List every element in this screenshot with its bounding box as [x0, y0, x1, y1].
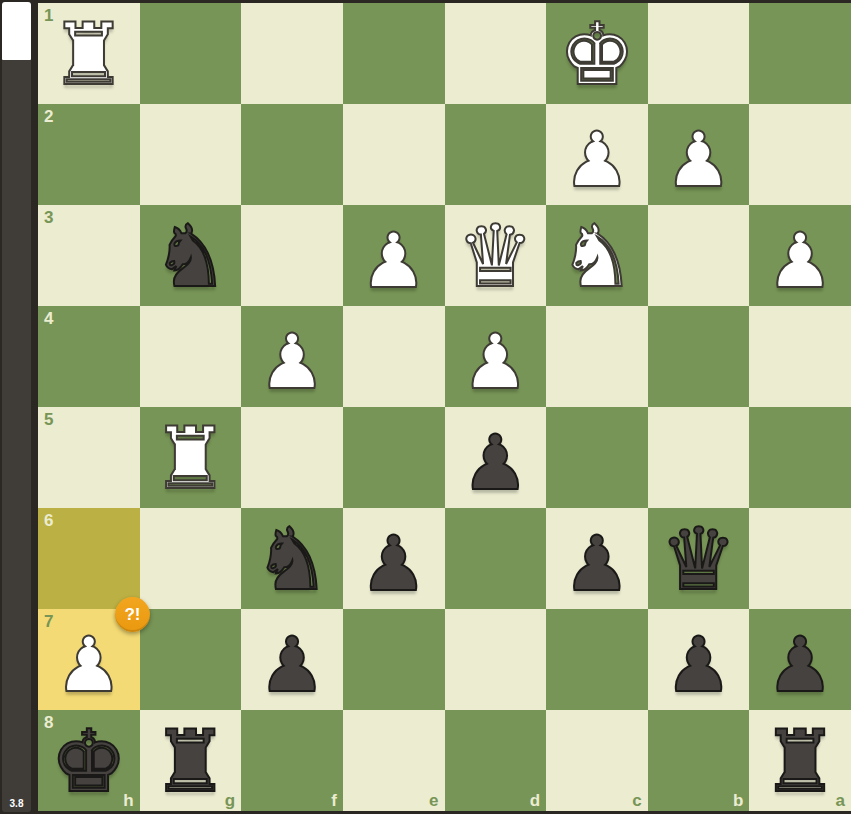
file-label-a: a: [836, 792, 845, 809]
file-label-c: c: [632, 792, 641, 809]
rank-label-4: 4: [44, 310, 53, 327]
square-f5[interactable]: [241, 407, 343, 508]
square-f8[interactable]: f: [241, 710, 343, 811]
file-label-f: f: [331, 792, 337, 809]
evaluation-bar-white-segment: [2, 2, 31, 60]
square-c3[interactable]: ♞: [546, 205, 648, 306]
square-e5[interactable]: [343, 407, 445, 508]
square-b3[interactable]: [648, 205, 750, 306]
piece-wR-g5[interactable]: ♜: [152, 415, 229, 501]
piece-bP-f7[interactable]: ♟: [258, 627, 326, 703]
square-e2[interactable]: [343, 104, 445, 205]
square-b6[interactable]: ♛: [648, 508, 750, 609]
square-e8[interactable]: e: [343, 710, 445, 811]
piece-wP-h7[interactable]: ♟: [55, 627, 123, 703]
square-a5[interactable]: [749, 407, 851, 508]
rank-label-5: 5: [44, 411, 53, 428]
square-d3[interactable]: ♛: [445, 205, 547, 306]
square-f7[interactable]: ♟: [241, 609, 343, 710]
square-h3[interactable]: 3: [38, 205, 140, 306]
square-h2[interactable]: 2: [38, 104, 140, 205]
square-c6[interactable]: ♟: [546, 508, 648, 609]
square-a2[interactable]: [749, 104, 851, 205]
piece-wP-a3[interactable]: ♟: [766, 223, 834, 299]
square-h1[interactable]: 1♜: [38, 3, 140, 104]
evaluation-score: 3.8: [2, 798, 31, 809]
piece-wP-c2[interactable]: ♟: [563, 122, 631, 198]
rank-label-6: 6: [44, 512, 53, 529]
square-e7[interactable]: [343, 609, 445, 710]
square-g1[interactable]: [140, 3, 242, 104]
square-a7[interactable]: ♟: [749, 609, 851, 710]
square-h4[interactable]: 4: [38, 306, 140, 407]
piece-wP-f4[interactable]: ♟: [258, 324, 326, 400]
square-c4[interactable]: [546, 306, 648, 407]
square-d1[interactable]: [445, 3, 547, 104]
piece-wN-c3[interactable]: ♞: [558, 213, 635, 299]
square-e3[interactable]: ♟: [343, 205, 445, 306]
square-f3[interactable]: [241, 205, 343, 306]
piece-wR-h1[interactable]: ♜: [50, 11, 127, 97]
square-c2[interactable]: ♟: [546, 104, 648, 205]
square-g5[interactable]: ♜: [140, 407, 242, 508]
square-f2[interactable]: [241, 104, 343, 205]
square-d5[interactable]: ♟: [445, 407, 547, 508]
square-a4[interactable]: [749, 306, 851, 407]
square-d7[interactable]: [445, 609, 547, 710]
piece-bN-g3[interactable]: ♞: [152, 213, 229, 299]
rank-label-1: 1: [44, 7, 53, 24]
square-c5[interactable]: [546, 407, 648, 508]
square-g8[interactable]: g♜: [140, 710, 242, 811]
piece-wP-b2[interactable]: ♟: [664, 122, 732, 198]
square-d8[interactable]: d: [445, 710, 547, 811]
square-a6[interactable]: [749, 508, 851, 609]
piece-bR-a8[interactable]: ♜: [762, 718, 839, 804]
piece-bR-g8[interactable]: ♜: [152, 718, 229, 804]
piece-bP-e6[interactable]: ♟: [360, 526, 428, 602]
piece-bN-f6[interactable]: ♞: [254, 516, 331, 602]
inaccuracy-badge-icon: ?!: [115, 597, 150, 632]
rank-label-2: 2: [44, 108, 53, 125]
piece-wP-d4[interactable]: ♟: [461, 324, 529, 400]
piece-bP-a7[interactable]: ♟: [766, 627, 834, 703]
square-b7[interactable]: ♟: [648, 609, 750, 710]
square-d2[interactable]: [445, 104, 547, 205]
square-f1[interactable]: [241, 3, 343, 104]
square-c1[interactable]: ♚: [546, 3, 648, 104]
square-c7[interactable]: [546, 609, 648, 710]
file-label-g: g: [225, 792, 235, 809]
square-c8[interactable]: c: [546, 710, 648, 811]
square-g6[interactable]: [140, 508, 242, 609]
square-b8[interactable]: b: [648, 710, 750, 811]
piece-bP-d5[interactable]: ♟: [461, 425, 529, 501]
rank-label-7: 7: [44, 613, 53, 630]
square-g2[interactable]: [140, 104, 242, 205]
square-d6[interactable]: [445, 508, 547, 609]
square-a3[interactable]: ♟: [749, 205, 851, 306]
square-b4[interactable]: [648, 306, 750, 407]
chess-board[interactable]: 1♜♚2♟♟3♞♟♛♞♟4♟♟5♜♟6♞♟♟♛7♟♟♟♟8h♚g♜fedcba♜: [38, 3, 851, 811]
square-a1[interactable]: [749, 3, 851, 104]
square-f6[interactable]: ♞: [241, 508, 343, 609]
piece-wQ-d3[interactable]: ♛: [457, 213, 534, 299]
piece-bP-b7[interactable]: ♟: [664, 627, 732, 703]
evaluation-bar: 3.8: [2, 2, 31, 812]
square-g3[interactable]: ♞: [140, 205, 242, 306]
square-b1[interactable]: [648, 3, 750, 104]
square-e4[interactable]: [343, 306, 445, 407]
square-b2[interactable]: ♟: [648, 104, 750, 205]
square-h6[interactable]: 6: [38, 508, 140, 609]
file-label-b: b: [733, 792, 743, 809]
piece-bQ-b6[interactable]: ♛: [660, 516, 737, 602]
square-g4[interactable]: [140, 306, 242, 407]
square-d4[interactable]: ♟: [445, 306, 547, 407]
square-b5[interactable]: [648, 407, 750, 508]
file-label-e: e: [429, 792, 438, 809]
piece-wK-c1[interactable]: ♚: [558, 11, 635, 97]
square-e6[interactable]: ♟: [343, 508, 445, 609]
square-f4[interactable]: ♟: [241, 306, 343, 407]
piece-bP-c6[interactable]: ♟: [563, 526, 631, 602]
square-g7[interactable]: [140, 609, 242, 710]
piece-bK-h8[interactable]: ♚: [50, 718, 127, 804]
file-label-d: d: [530, 792, 540, 809]
rank-label-3: 3: [44, 209, 53, 226]
square-e1[interactable]: [343, 3, 445, 104]
rank-label-8: 8: [44, 714, 53, 731]
square-a8[interactable]: a♜: [749, 710, 851, 811]
square-h5[interactable]: 5: [38, 407, 140, 508]
square-h8[interactable]: 8h♚: [38, 710, 140, 811]
file-label-h: h: [123, 792, 133, 809]
piece-wP-e3[interactable]: ♟: [360, 223, 428, 299]
